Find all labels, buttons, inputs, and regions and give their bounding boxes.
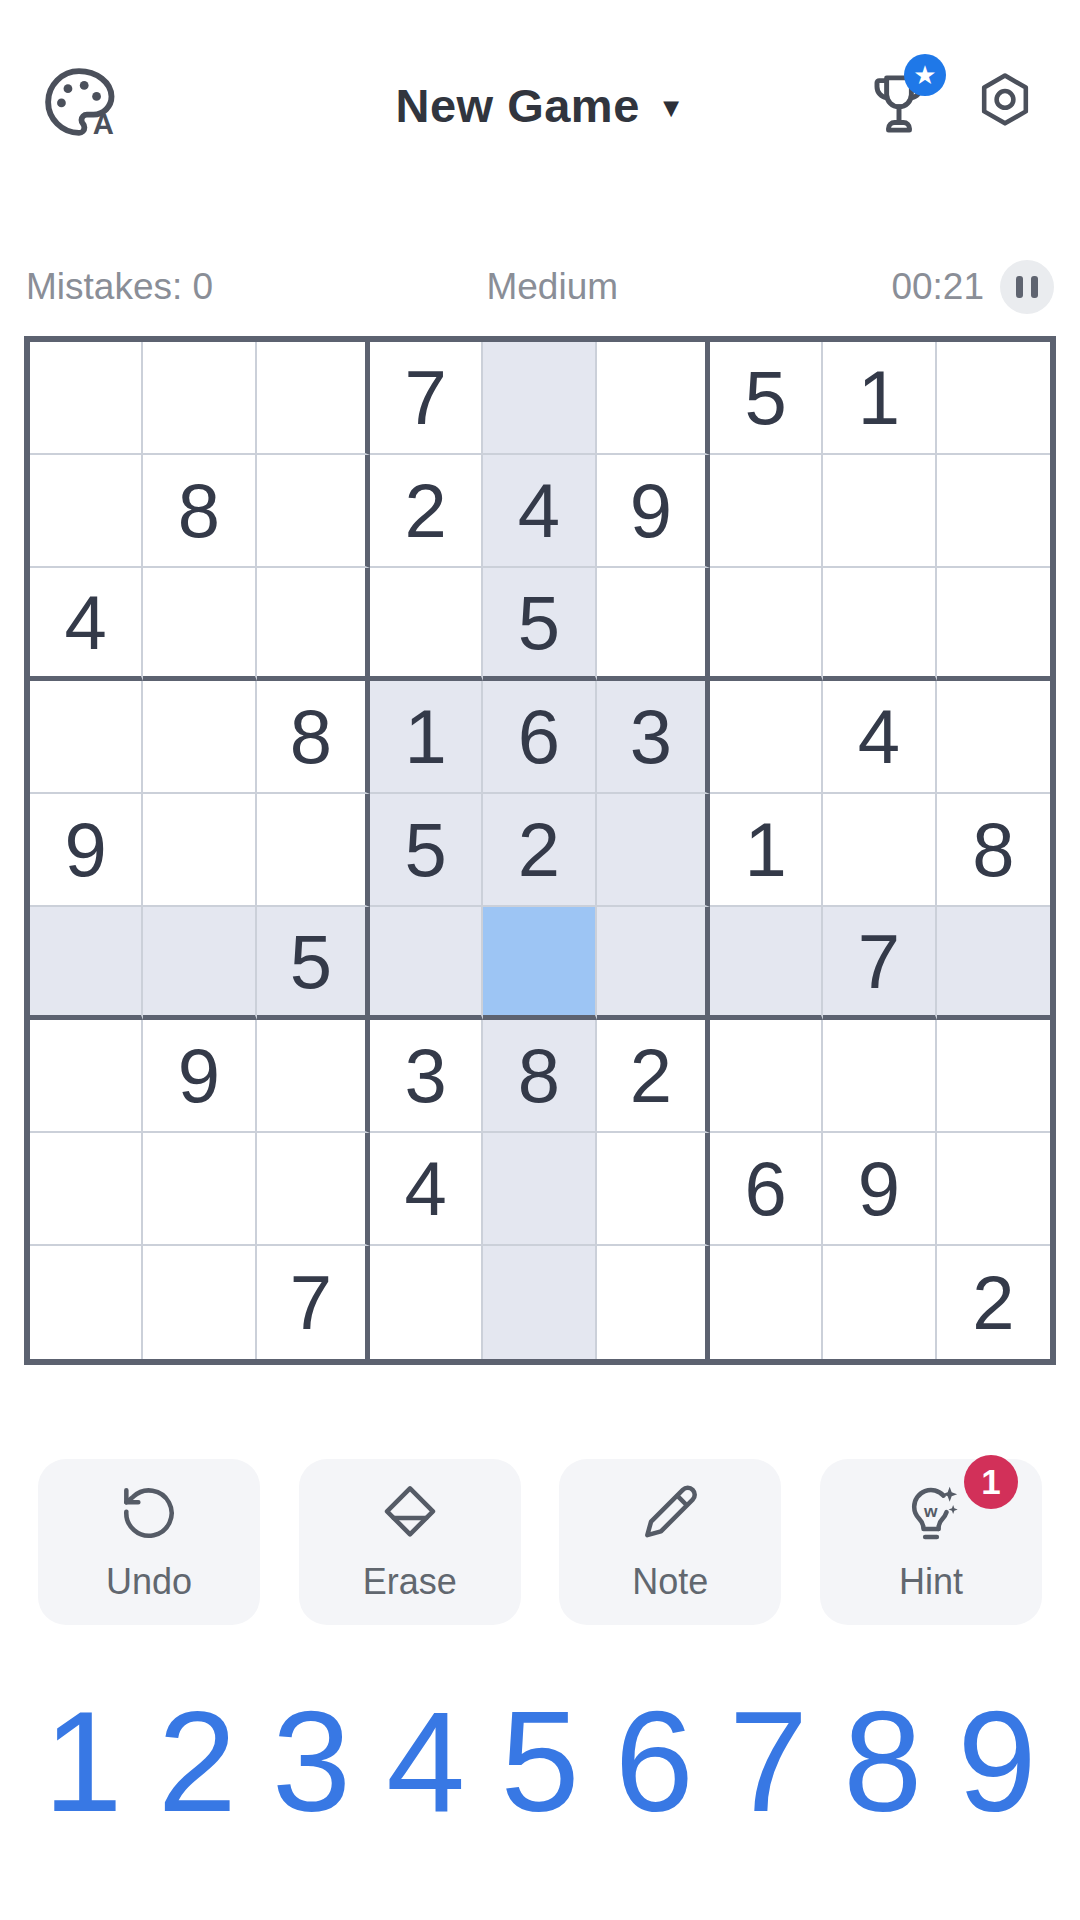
cell-r7c3[interactable] xyxy=(257,1020,370,1133)
cell-r6c2[interactable] xyxy=(143,907,256,1020)
cell-r2c7[interactable] xyxy=(710,455,823,568)
cell-r4c5[interactable]: 6 xyxy=(483,681,596,794)
erase-label: Erase xyxy=(363,1561,457,1603)
cell-r5c6[interactable] xyxy=(597,794,710,907)
timer-value: 00:21 xyxy=(891,266,984,308)
numpad-6[interactable]: 6 xyxy=(597,1691,711,1833)
cell-r3c9[interactable] xyxy=(937,568,1050,681)
cell-r2c5[interactable]: 4 xyxy=(483,455,596,568)
cell-r2c2[interactable]: 8 xyxy=(143,455,256,568)
cell-r7c7[interactable] xyxy=(710,1020,823,1133)
cell-r2c8[interactable] xyxy=(823,455,936,568)
cell-r8c1[interactable] xyxy=(30,1133,143,1246)
cell-r1c2[interactable] xyxy=(143,342,256,455)
cell-r1c6[interactable] xyxy=(597,342,710,455)
cell-r1c4[interactable]: 7 xyxy=(370,342,483,455)
cell-r9c6[interactable] xyxy=(597,1246,710,1359)
undo-label: Undo xyxy=(106,1561,192,1603)
cell-r5c4[interactable]: 5 xyxy=(370,794,483,907)
cell-r3c7[interactable] xyxy=(710,568,823,681)
cell-r3c5[interactable]: 5 xyxy=(483,568,596,681)
cell-r4c3[interactable]: 8 xyxy=(257,681,370,794)
cell-r5c8[interactable] xyxy=(823,794,936,907)
pause-icon xyxy=(1031,276,1038,298)
cell-r7c8[interactable] xyxy=(823,1020,936,1133)
cell-r5c2[interactable] xyxy=(143,794,256,907)
cell-r4c4[interactable]: 1 xyxy=(370,681,483,794)
cell-r6c1[interactable] xyxy=(30,907,143,1020)
numpad-8[interactable]: 8 xyxy=(826,1691,940,1833)
cell-r8c8[interactable]: 9 xyxy=(823,1133,936,1246)
timer-wrap: 00:21 xyxy=(891,260,1054,314)
cell-r6c3[interactable]: 5 xyxy=(257,907,370,1020)
eraser-diamond-icon xyxy=(378,1481,442,1545)
numpad-7[interactable]: 7 xyxy=(711,1691,825,1833)
cell-r8c6[interactable] xyxy=(597,1133,710,1246)
cell-r2c1[interactable] xyxy=(30,455,143,568)
hint-label: Hint xyxy=(899,1561,963,1603)
cell-r4c6[interactable]: 3 xyxy=(597,681,710,794)
cell-r5c3[interactable] xyxy=(257,794,370,907)
cell-r4c8[interactable]: 4 xyxy=(823,681,936,794)
pause-icon xyxy=(1016,276,1023,298)
cell-r1c5[interactable] xyxy=(483,342,596,455)
difficulty-label: Medium xyxy=(486,266,618,308)
svg-text:w: w xyxy=(923,1501,938,1521)
numpad-3[interactable]: 3 xyxy=(254,1691,368,1833)
numpad-5[interactable]: 5 xyxy=(483,1691,597,1833)
cell-r1c8[interactable]: 1 xyxy=(823,342,936,455)
cell-r6c5[interactable] xyxy=(483,907,596,1020)
cell-r4c1[interactable] xyxy=(30,681,143,794)
cell-r5c7[interactable]: 1 xyxy=(710,794,823,907)
pencil-icon xyxy=(638,1481,702,1545)
cell-r5c5[interactable]: 2 xyxy=(483,794,596,907)
numpad-4[interactable]: 4 xyxy=(369,1691,483,1833)
star-badge-icon: ★ xyxy=(904,54,946,96)
status-row: Mistakes: 0 Medium 00:21 xyxy=(0,260,1080,314)
cell-r2c9[interactable] xyxy=(937,455,1050,568)
note-label: Note xyxy=(632,1561,708,1603)
cell-r7c5[interactable]: 8 xyxy=(483,1020,596,1133)
cell-r4c2[interactable] xyxy=(143,681,256,794)
undo-button[interactable]: Undo xyxy=(38,1459,260,1625)
cell-r1c3[interactable] xyxy=(257,342,370,455)
cell-r9c8[interactable] xyxy=(823,1246,936,1359)
cell-r3c6[interactable] xyxy=(597,568,710,681)
cell-r9c5[interactable] xyxy=(483,1246,596,1359)
trophy-button[interactable]: ★ xyxy=(866,68,932,140)
sudoku-board: 751824945816349521857938246972 xyxy=(24,336,1056,1365)
settings-button[interactable] xyxy=(974,69,1036,139)
cell-r6c8[interactable]: 7 xyxy=(823,907,936,1020)
cell-r2c6[interactable]: 9 xyxy=(597,455,710,568)
page-title: New Game xyxy=(395,78,639,133)
cell-r1c7[interactable]: 5 xyxy=(710,342,823,455)
cell-r7c9[interactable] xyxy=(937,1020,1050,1133)
top-bar: A New Game ▼ ★ xyxy=(0,0,1080,156)
undo-rotate-ccw-icon xyxy=(117,1481,181,1545)
game-mode-dropdown[interactable]: New Game ▼ xyxy=(395,78,684,133)
cell-r8c4[interactable]: 4 xyxy=(370,1133,483,1246)
cell-r3c4[interactable] xyxy=(370,568,483,681)
cell-r3c2[interactable] xyxy=(143,568,256,681)
cell-r8c9[interactable] xyxy=(937,1133,1050,1246)
cell-r9c1[interactable] xyxy=(30,1246,143,1359)
cell-r8c5[interactable] xyxy=(483,1133,596,1246)
cell-r5c9[interactable]: 8 xyxy=(937,794,1050,907)
cell-r8c7[interactable]: 6 xyxy=(710,1133,823,1246)
cell-r2c4[interactable]: 2 xyxy=(370,455,483,568)
cell-r3c8[interactable] xyxy=(823,568,936,681)
theme-palette-icon[interactable]: A xyxy=(40,63,118,145)
cell-r9c2[interactable] xyxy=(143,1246,256,1359)
cell-r5c1[interactable]: 9 xyxy=(30,794,143,907)
cell-r3c3[interactable] xyxy=(257,568,370,681)
note-button[interactable]: Note xyxy=(559,1459,781,1625)
numpad-2[interactable]: 2 xyxy=(140,1691,254,1833)
number-pad: 123456789 xyxy=(0,1691,1080,1833)
cell-r9c7[interactable] xyxy=(710,1246,823,1359)
svg-text:A: A xyxy=(93,108,114,140)
cell-r9c3[interactable]: 7 xyxy=(257,1246,370,1359)
cell-r2c3[interactable] xyxy=(257,455,370,568)
cell-r1c9[interactable] xyxy=(937,342,1050,455)
top-bar-right: ★ xyxy=(866,68,1036,140)
cell-r1c1[interactable] xyxy=(30,342,143,455)
mistakes-counter: Mistakes: 0 xyxy=(26,266,213,308)
cell-r6c9[interactable] xyxy=(937,907,1050,1020)
chevron-down-icon: ▼ xyxy=(658,87,685,124)
cell-r8c3[interactable] xyxy=(257,1133,370,1246)
cell-r4c7[interactable] xyxy=(710,681,823,794)
cell-r7c6[interactable]: 2 xyxy=(597,1020,710,1133)
cell-r9c9[interactable]: 2 xyxy=(937,1246,1050,1359)
erase-button[interactable]: Erase xyxy=(299,1459,521,1625)
pause-button[interactable] xyxy=(1000,260,1054,314)
cell-r6c7[interactable] xyxy=(710,907,823,1020)
toolbar: Undo Erase Note w xyxy=(0,1459,1080,1625)
hint-bulb-icon: w xyxy=(899,1481,963,1545)
hint-button[interactable]: w Hint 1 xyxy=(820,1459,1042,1625)
cell-r3c1[interactable]: 4 xyxy=(30,568,143,681)
cell-r6c4[interactable] xyxy=(370,907,483,1020)
cell-r4c9[interactable] xyxy=(937,681,1050,794)
cell-r8c2[interactable] xyxy=(143,1133,256,1246)
numpad-9[interactable]: 9 xyxy=(940,1691,1054,1833)
hint-count-badge: 1 xyxy=(964,1455,1018,1509)
cell-r6c6[interactable] xyxy=(597,907,710,1020)
cell-r7c1[interactable] xyxy=(30,1020,143,1133)
numpad-1[interactable]: 1 xyxy=(26,1691,140,1833)
cell-r7c4[interactable]: 3 xyxy=(370,1020,483,1133)
cell-r9c4[interactable] xyxy=(370,1246,483,1359)
cell-r7c2[interactable]: 9 xyxy=(143,1020,256,1133)
